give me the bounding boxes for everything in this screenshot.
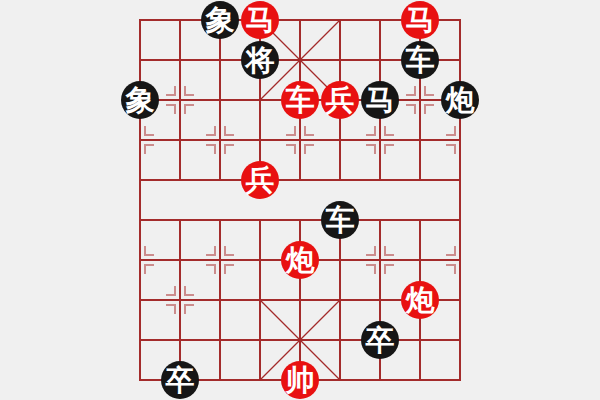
piece-black-soldier[interactable]: 卒 bbox=[361, 321, 399, 359]
piece-red-horse[interactable]: 马 bbox=[401, 1, 439, 39]
piece-black-elephant[interactable]: 象 bbox=[121, 81, 159, 119]
pieces-layer: 象马马将车象车兵马炮兵车炮炮卒卒帅 bbox=[120, 0, 480, 400]
piece-black-elephant[interactable]: 象 bbox=[201, 1, 239, 39]
piece-red-cannon[interactable]: 炮 bbox=[281, 241, 319, 279]
piece-black-chariot[interactable]: 车 bbox=[401, 41, 439, 79]
piece-black-chariot[interactable]: 车 bbox=[321, 201, 359, 239]
piece-red-soldier[interactable]: 兵 bbox=[321, 81, 359, 119]
piece-black-general[interactable]: 将 bbox=[241, 41, 279, 79]
piece-red-general[interactable]: 帅 bbox=[281, 361, 319, 399]
piece-red-cannon[interactable]: 炮 bbox=[401, 281, 439, 319]
piece-red-horse[interactable]: 马 bbox=[241, 1, 279, 39]
piece-black-soldier[interactable]: 卒 bbox=[161, 361, 199, 399]
piece-red-soldier[interactable]: 兵 bbox=[241, 161, 279, 199]
piece-black-horse[interactable]: 马 bbox=[361, 81, 399, 119]
xiangqi-board-screenshot: 象马马将车象车兵马炮兵车炮炮卒卒帅 bbox=[0, 0, 600, 400]
piece-red-chariot[interactable]: 车 bbox=[281, 81, 319, 119]
piece-black-cannon[interactable]: 炮 bbox=[441, 81, 479, 119]
